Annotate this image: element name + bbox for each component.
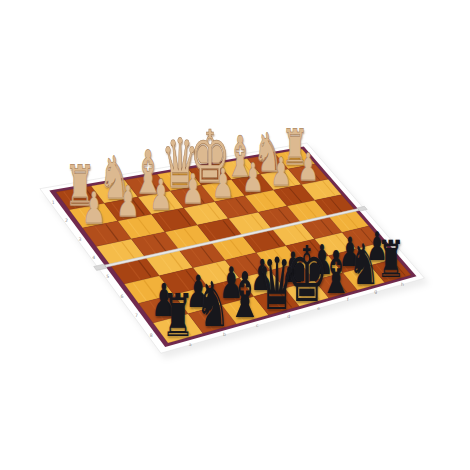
rank-label-2: 2 xyxy=(65,218,68,223)
rank-label-5: 5 xyxy=(106,274,109,279)
piece-white-pawn[interactable]: ♟ xyxy=(298,148,319,186)
rank-label-7: 7 xyxy=(135,313,138,318)
piece-black-queen[interactable]: ♛ xyxy=(257,249,297,321)
piece-white-pawn[interactable]: ♟ xyxy=(149,174,172,216)
rank-label-4: 4 xyxy=(92,255,95,260)
rank-label-8: 8 xyxy=(150,333,153,338)
piece-black-rook[interactable]: ♜ xyxy=(162,286,195,345)
piece-white-pawn[interactable]: ♟ xyxy=(242,158,264,198)
rank-label-6: 6 xyxy=(120,294,123,299)
rank-label-3: 3 xyxy=(79,237,82,242)
piece-white-pawn[interactable]: ♟ xyxy=(116,180,140,223)
piece-white-pawn[interactable]: ♟ xyxy=(270,153,292,192)
piece-black-knight[interactable]: ♞ xyxy=(348,237,379,293)
piece-white-pawn[interactable]: ♟ xyxy=(181,169,204,210)
piece-white-pawn[interactable]: ♟ xyxy=(82,186,106,230)
piece-white-pawn[interactable]: ♟ xyxy=(212,163,234,203)
rank-label-1: 1 xyxy=(52,200,55,205)
product-photo-chess-set: { "game": "chess", "position": "rnbqkbnr… xyxy=(0,0,470,470)
piece-black-bishop[interactable]: ♝ xyxy=(228,265,263,328)
piece-black-rook[interactable]: ♜ xyxy=(377,234,405,285)
piece-black-knight[interactable]: ♞ xyxy=(195,274,229,336)
